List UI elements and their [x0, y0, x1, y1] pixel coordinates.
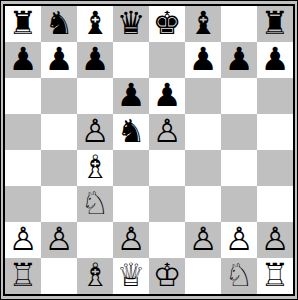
square-d2[interactable]: ♙	[113, 222, 149, 258]
square-f2[interactable]: ♙	[185, 222, 221, 258]
square-b3[interactable]	[41, 186, 77, 222]
square-f8[interactable]: ♝	[185, 6, 221, 42]
square-h3[interactable]	[257, 186, 293, 222]
square-c4[interactable]: ♗	[77, 150, 113, 186]
square-h7[interactable]: ♟	[257, 42, 293, 78]
square-e3[interactable]	[149, 186, 185, 222]
square-e7[interactable]	[149, 42, 185, 78]
black-knight-d5[interactable]: ♞	[117, 114, 146, 149]
square-g4[interactable]	[221, 150, 257, 186]
square-d6[interactable]: ♟	[113, 78, 149, 114]
square-c5[interactable]: ♙	[77, 114, 113, 150]
square-f4[interactable]	[185, 150, 221, 186]
square-h2[interactable]: ♙	[257, 222, 293, 258]
square-e5[interactable]: ♙	[149, 114, 185, 150]
square-a5[interactable]	[5, 114, 41, 150]
square-h1[interactable]: ♖	[257, 258, 293, 294]
square-f5[interactable]	[185, 114, 221, 150]
black-pawn-b7[interactable]: ♟	[45, 42, 74, 77]
square-a2[interactable]: ♙	[5, 222, 41, 258]
square-f6[interactable]	[185, 78, 221, 114]
square-e6[interactable]: ♟	[149, 78, 185, 114]
white-king-e1[interactable]: ♔	[153, 258, 182, 293]
square-c1[interactable]: ♗	[77, 258, 113, 294]
square-a4[interactable]	[5, 150, 41, 186]
black-knight-b8[interactable]: ♞	[45, 6, 74, 41]
square-d1[interactable]: ♕	[113, 258, 149, 294]
white-pawn-e5[interactable]: ♙	[153, 114, 182, 149]
white-bishop-c1[interactable]: ♗	[81, 258, 110, 293]
square-h6[interactable]	[257, 78, 293, 114]
white-pawn-c5[interactable]: ♙	[81, 114, 110, 149]
black-rook-h8[interactable]: ♜	[261, 6, 290, 41]
square-b1[interactable]	[41, 258, 77, 294]
square-f3[interactable]	[185, 186, 221, 222]
square-g2[interactable]: ♙	[221, 222, 257, 258]
square-c6[interactable]	[77, 78, 113, 114]
black-bishop-c8[interactable]: ♝	[81, 6, 110, 41]
square-g5[interactable]	[221, 114, 257, 150]
black-pawn-e6[interactable]: ♟	[153, 78, 182, 113]
square-h4[interactable]	[257, 150, 293, 186]
square-b6[interactable]	[41, 78, 77, 114]
square-d5[interactable]: ♞	[113, 114, 149, 150]
square-g3[interactable]	[221, 186, 257, 222]
square-e8[interactable]: ♚	[149, 6, 185, 42]
white-knight-g1[interactable]: ♘	[225, 258, 254, 293]
square-b4[interactable]	[41, 150, 77, 186]
square-g6[interactable]	[221, 78, 257, 114]
square-b2[interactable]: ♙	[41, 222, 77, 258]
black-king-e8[interactable]: ♚	[153, 6, 182, 41]
white-pawn-g2[interactable]: ♙	[225, 222, 254, 257]
square-a1[interactable]: ♖	[5, 258, 41, 294]
square-d7[interactable]	[113, 42, 149, 78]
white-pawn-a2[interactable]: ♙	[9, 222, 38, 257]
black-rook-a8[interactable]: ♜	[9, 6, 38, 41]
black-pawn-f7[interactable]: ♟	[189, 42, 218, 77]
white-pawn-h2[interactable]: ♙	[261, 222, 290, 257]
square-a7[interactable]: ♟	[5, 42, 41, 78]
square-c2[interactable]	[77, 222, 113, 258]
square-b7[interactable]: ♟	[41, 42, 77, 78]
white-queen-d1[interactable]: ♕	[117, 258, 146, 293]
square-h8[interactable]: ♜	[257, 6, 293, 42]
square-h5[interactable]	[257, 114, 293, 150]
square-d3[interactable]	[113, 186, 149, 222]
white-bishop-c4[interactable]: ♗	[81, 150, 110, 185]
square-g7[interactable]: ♟	[221, 42, 257, 78]
square-e2[interactable]	[149, 222, 185, 258]
black-pawn-a7[interactable]: ♟	[9, 42, 38, 77]
square-d8[interactable]: ♛	[113, 6, 149, 42]
square-e1[interactable]: ♔	[149, 258, 185, 294]
square-f7[interactable]: ♟	[185, 42, 221, 78]
white-rook-a1[interactable]: ♖	[9, 258, 38, 293]
square-b5[interactable]	[41, 114, 77, 150]
square-d4[interactable]	[113, 150, 149, 186]
square-a6[interactable]	[5, 78, 41, 114]
square-a8[interactable]: ♜	[5, 6, 41, 42]
black-queen-d8[interactable]: ♛	[117, 6, 146, 41]
square-e4[interactable]	[149, 150, 185, 186]
chess-board-border: ♜♞♝♛♚♝♜♟♟♟♟♟♟♟♟♙♞♙♗♘♙♙♙♙♙♙♖♗♕♔♘♖	[3, 4, 295, 296]
chess-board-frame: ♜♞♝♛♚♝♜♟♟♟♟♟♟♟♟♙♞♙♗♘♙♙♙♙♙♙♖♗♕♔♘♖	[0, 0, 298, 300]
white-knight-c3[interactable]: ♘	[81, 186, 110, 221]
white-pawn-f2[interactable]: ♙	[189, 222, 218, 257]
chess-board: ♜♞♝♛♚♝♜♟♟♟♟♟♟♟♟♙♞♙♗♘♙♙♙♙♙♙♖♗♕♔♘♖	[5, 6, 293, 294]
white-pawn-d2[interactable]: ♙	[117, 222, 146, 257]
square-c3[interactable]: ♘	[77, 186, 113, 222]
black-pawn-h7[interactable]: ♟	[261, 42, 290, 77]
square-g8[interactable]	[221, 6, 257, 42]
white-pawn-b2[interactable]: ♙	[45, 222, 74, 257]
white-rook-h1[interactable]: ♖	[261, 258, 290, 293]
black-pawn-c7[interactable]: ♟	[81, 42, 110, 77]
black-pawn-d6[interactable]: ♟	[117, 78, 146, 113]
square-c7[interactable]: ♟	[77, 42, 113, 78]
black-pawn-g7[interactable]: ♟	[225, 42, 254, 77]
square-a3[interactable]	[5, 186, 41, 222]
black-bishop-f8[interactable]: ♝	[189, 6, 218, 41]
square-g1[interactable]: ♘	[221, 258, 257, 294]
square-b8[interactable]: ♞	[41, 6, 77, 42]
square-c8[interactable]: ♝	[77, 6, 113, 42]
square-f1[interactable]	[185, 258, 221, 294]
